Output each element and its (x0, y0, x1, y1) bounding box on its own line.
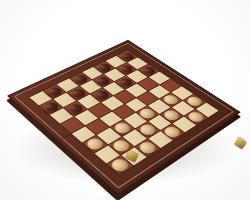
light-piece[interactable] (186, 110, 206, 123)
square-e2[interactable] (148, 115, 171, 131)
square-f1[interactable] (173, 117, 196, 133)
square-c1[interactable] (135, 139, 160, 156)
square-f2[interactable] (161, 108, 184, 123)
square-c4[interactable] (99, 111, 122, 126)
light-piece[interactable] (109, 157, 131, 173)
square-b6[interactable] (64, 101, 87, 116)
light-piece[interactable] (137, 123, 158, 137)
square-a7[interactable] (39, 99, 62, 114)
light-piece[interactable] (162, 125, 183, 139)
square-a6[interactable] (50, 108, 73, 123)
square-c3[interactable] (111, 120, 135, 136)
square-d2[interactable] (136, 122, 160, 138)
dark-piece[interactable] (41, 100, 61, 113)
square-c2[interactable] (123, 130, 147, 147)
product-photo (0, 0, 250, 200)
light-piece[interactable] (84, 137, 106, 152)
square-b5[interactable] (74, 110, 97, 125)
light-piece[interactable] (138, 107, 158, 120)
light-piece[interactable] (112, 121, 133, 135)
checkers-board-squares (28, 50, 220, 176)
square-b3[interactable] (97, 128, 121, 145)
square-e1[interactable] (161, 124, 185, 140)
square-c5[interactable] (88, 103, 111, 118)
light-piece[interactable] (137, 140, 159, 155)
checkers-board (7, 40, 241, 195)
square-g1[interactable] (185, 109, 208, 124)
square-e3[interactable] (136, 106, 159, 121)
square-a3[interactable] (83, 136, 108, 153)
square-d1[interactable] (148, 131, 172, 148)
square-a5[interactable] (60, 117, 84, 133)
square-a2[interactable] (95, 146, 120, 164)
dark-piece[interactable] (65, 102, 85, 115)
square-b4[interactable] (85, 119, 109, 135)
light-piece[interactable] (162, 109, 182, 122)
scene (0, 0, 250, 200)
square-a4[interactable] (71, 126, 95, 143)
square-d3[interactable] (124, 113, 147, 129)
board-surface (7, 40, 241, 195)
square-d4[interactable] (112, 104, 135, 119)
